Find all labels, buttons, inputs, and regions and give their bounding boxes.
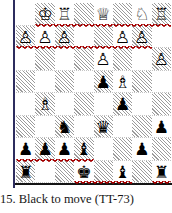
square-a6: ♟ — [152, 116, 171, 138]
piece-bP-c5: ♟ — [115, 96, 130, 113]
piece-bN-f6: ♞ — [57, 119, 72, 136]
square-g6 — [35, 116, 54, 138]
square-h8: ♜ — [16, 161, 35, 183]
square-b7: ♟ — [132, 138, 151, 160]
square-g8 — [35, 161, 54, 183]
square-h5 — [16, 93, 35, 115]
piece-bB-e7: ♝ — [76, 141, 91, 158]
square-h4 — [16, 71, 35, 93]
square-d7 — [94, 138, 113, 160]
piece-wB-c4: ♗ — [115, 74, 130, 91]
square-b6 — [132, 116, 151, 138]
piece-wR-a1: ♖ — [154, 6, 169, 23]
square-b4 — [132, 71, 151, 93]
square-g5: ♗ — [35, 93, 54, 115]
chess-board: ♔♖♕♘♖♙♙♙♙♙♙♙♟♗♗♟♞♛♟♟♟♟♝♟♜♚♝♜ — [16, 3, 171, 183]
square-a2 — [152, 26, 171, 48]
square-e8: ♚ — [74, 161, 93, 183]
piece-bP-d4: ♟ — [96, 74, 111, 91]
board-row: ♔♖♕♘♖ — [16, 3, 171, 26]
piece-wP-b2: ♙ — [134, 29, 149, 46]
square-d3: ♙ — [94, 48, 113, 70]
board-row: ♟♗ — [16, 71, 171, 94]
board-row: ♙♙ — [16, 48, 171, 71]
piece-bP-b7: ♟ — [134, 141, 149, 158]
square-g7: ♟ — [35, 138, 54, 160]
square-e7: ♝ — [74, 138, 93, 160]
square-a7 — [152, 138, 171, 160]
square-e6 — [74, 116, 93, 138]
square-h3 — [16, 48, 35, 70]
piece-bK-e8: ♚ — [76, 164, 91, 181]
piece-wK-g1: ♔ — [37, 6, 52, 23]
board-row: ♜♚♝♜ — [16, 161, 171, 184]
square-e5 — [74, 93, 93, 115]
square-g1: ♔ — [35, 3, 54, 25]
square-h1 — [16, 3, 35, 25]
square-c5: ♟ — [113, 93, 132, 115]
square-b3 — [132, 48, 151, 70]
piece-bQ-d6: ♛ — [96, 119, 111, 136]
square-h7: ♟ — [16, 138, 35, 160]
square-g4 — [35, 71, 54, 93]
square-e1 — [74, 3, 93, 25]
square-b2: ♙ — [132, 26, 151, 48]
piece-wP-h2: ♙ — [18, 29, 33, 46]
square-b5 — [132, 93, 151, 115]
square-d1: ♕ — [94, 3, 113, 25]
square-f6: ♞ — [55, 116, 74, 138]
square-d2 — [94, 26, 113, 48]
piece-wP-g2: ♙ — [37, 29, 52, 46]
square-a3: ♙ — [152, 48, 171, 70]
piece-bP-h7: ♟ — [18, 141, 33, 158]
square-e3 — [74, 48, 93, 70]
red-squiggle-underline — [35, 24, 171, 27]
piece-bR-h8: ♜ — [18, 164, 33, 181]
piece-wP-f2: ♙ — [57, 29, 72, 46]
square-c4: ♗ — [113, 71, 132, 93]
board-row: ♟♟♟♝♟ — [16, 138, 171, 161]
square-b8 — [132, 161, 151, 183]
piece-wB-g5: ♗ — [37, 96, 52, 113]
square-d5 — [94, 93, 113, 115]
piece-bP-g7: ♟ — [37, 141, 52, 158]
square-a1: ♖ — [152, 3, 171, 25]
square-f2: ♙ — [55, 26, 74, 48]
red-squiggle-underline — [74, 181, 132, 184]
board-row: ♗♟ — [16, 93, 171, 116]
piece-bB-c8: ♝ — [115, 164, 130, 181]
square-f7: ♟ — [55, 138, 74, 160]
board-row: ♞♛♟ — [16, 116, 171, 139]
red-squiggle-underline — [16, 46, 152, 49]
board-left-border — [13, 0, 15, 188]
square-a8: ♜ — [152, 161, 171, 183]
square-c8: ♝ — [113, 161, 132, 183]
square-f5 — [55, 93, 74, 115]
board-row: ♙♙♙♙♙ — [16, 26, 171, 49]
square-d4: ♟ — [94, 71, 113, 93]
square-c1 — [113, 3, 132, 25]
square-e4 — [74, 71, 93, 93]
piece-wP-a3: ♙ — [154, 51, 169, 68]
square-f8 — [55, 161, 74, 183]
square-a4 — [152, 71, 171, 93]
square-g2: ♙ — [35, 26, 54, 48]
square-g3 — [35, 48, 54, 70]
square-h2: ♙ — [16, 26, 35, 48]
piece-bP-f7: ♟ — [57, 141, 72, 158]
diagram-caption: 15. Black to move (TT-73) — [0, 192, 172, 207]
square-c3 — [113, 48, 132, 70]
square-f3 — [55, 48, 74, 70]
piece-wQ-d1: ♕ — [96, 6, 111, 23]
piece-wN-b1: ♘ — [134, 6, 149, 23]
square-c6 — [113, 116, 132, 138]
red-squiggle-underline — [152, 181, 171, 184]
piece-wR-f1: ♖ — [57, 6, 72, 23]
square-f1: ♖ — [55, 3, 74, 25]
square-d6: ♛ — [94, 116, 113, 138]
square-h6 — [16, 116, 35, 138]
red-squiggle-underline — [16, 159, 94, 162]
piece-wP-d3: ♙ — [96, 51, 111, 68]
square-a5 — [152, 93, 171, 115]
piece-bP-a6: ♟ — [154, 119, 169, 136]
square-d8 — [94, 161, 113, 183]
square-e2 — [74, 26, 93, 48]
square-c7 — [113, 138, 132, 160]
piece-bR-a8: ♜ — [154, 164, 169, 181]
piece-wP-c2: ♙ — [115, 29, 130, 46]
square-f4 — [55, 71, 74, 93]
square-c2: ♙ — [113, 26, 132, 48]
square-b1: ♘ — [132, 3, 151, 25]
